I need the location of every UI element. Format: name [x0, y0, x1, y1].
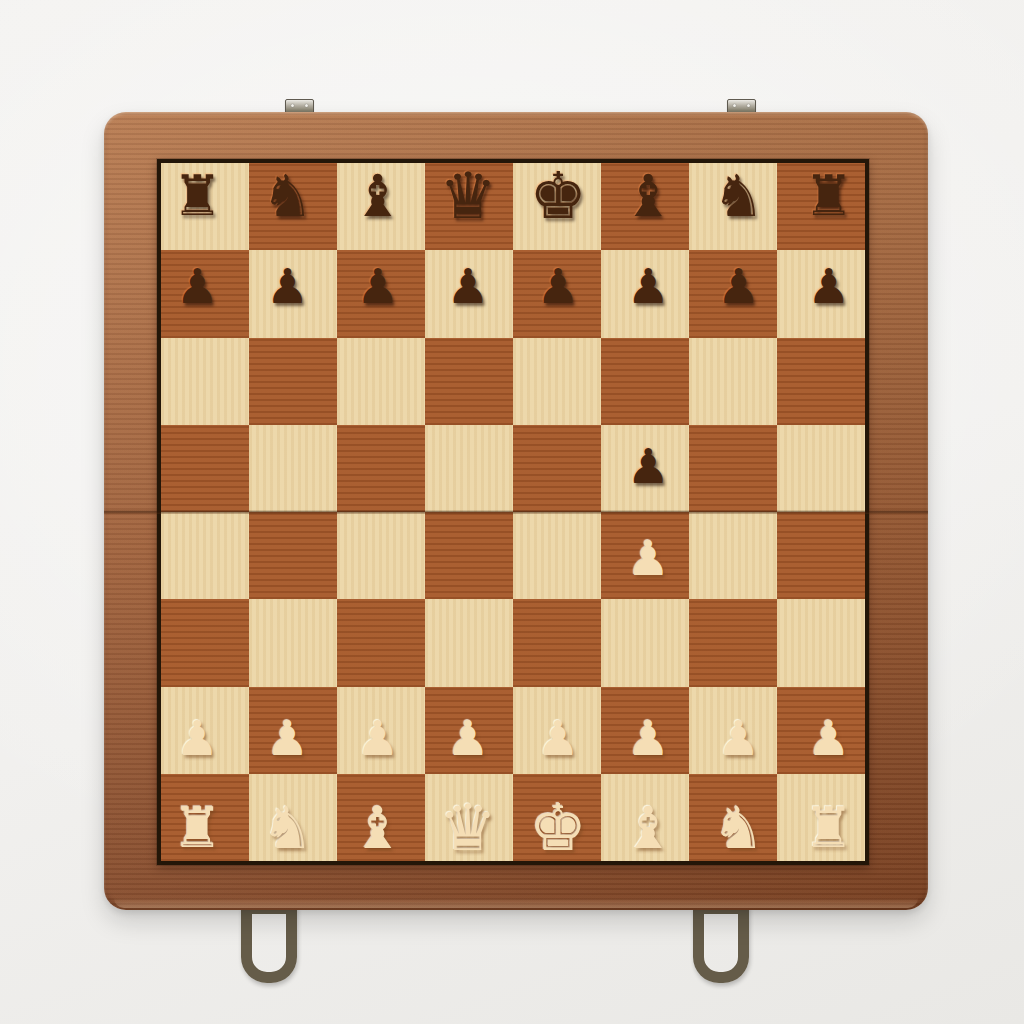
square-d1[interactable]: ♛ — [425, 774, 513, 861]
piece-black-pawn[interactable]: ♟ — [627, 443, 670, 491]
square-a5[interactable] — [161, 425, 249, 512]
piece-black-pawn[interactable]: ♟ — [627, 262, 670, 310]
square-d8[interactable]: ♛ — [425, 163, 513, 250]
latch-clasp-icon — [241, 903, 297, 983]
piece-black-knight[interactable]: ♞ — [713, 166, 765, 224]
square-h3[interactable] — [777, 599, 865, 686]
square-a3[interactable] — [161, 599, 249, 686]
square-d2[interactable]: ♟ — [425, 687, 513, 774]
square-f3[interactable] — [601, 599, 689, 686]
square-d4[interactable] — [425, 512, 513, 599]
piece-black-rook[interactable]: ♜ — [172, 167, 222, 223]
piece-white-king[interactable]: ♚ — [529, 797, 586, 861]
square-e5[interactable] — [513, 425, 601, 512]
square-g6[interactable] — [689, 338, 777, 425]
piece-white-pawn[interactable]: ♟ — [717, 714, 760, 762]
square-d3[interactable] — [425, 599, 513, 686]
piece-white-pawn[interactable]: ♟ — [356, 714, 399, 762]
board-fold-seam — [104, 510, 928, 514]
square-e3[interactable] — [513, 599, 601, 686]
square-a1[interactable]: ♜ — [161, 774, 249, 861]
square-f4[interactable]: ♟ — [601, 512, 689, 599]
square-b6[interactable] — [249, 338, 337, 425]
square-f8[interactable]: ♝ — [601, 163, 689, 250]
square-e4[interactable] — [513, 512, 601, 599]
square-f5[interactable]: ♟ — [601, 425, 689, 512]
piece-white-pawn[interactable]: ♟ — [627, 533, 670, 581]
square-c3[interactable] — [337, 599, 425, 686]
square-f2[interactable]: ♟ — [601, 687, 689, 774]
piece-black-pawn[interactable]: ♟ — [537, 262, 580, 310]
piece-white-pawn[interactable]: ♟ — [807, 714, 850, 762]
piece-white-pawn[interactable]: ♟ — [537, 714, 580, 762]
square-g4[interactable] — [689, 512, 777, 599]
piece-white-rook[interactable]: ♜ — [172, 801, 222, 857]
piece-black-bishop[interactable]: ♝ — [622, 166, 674, 224]
square-f1[interactable]: ♝ — [601, 774, 689, 861]
chess-board-box: ♜♞♝♛♚♝♞♜♟♟♟♟♟♟♟♟♟♟♟♟♟♟♟♟♟♟♜♞♝♛♚♝♞♜ — [104, 112, 928, 910]
square-c6[interactable] — [337, 338, 425, 425]
square-h4[interactable] — [777, 512, 865, 599]
square-g7[interactable]: ♟ — [689, 250, 777, 337]
square-g2[interactable]: ♟ — [689, 687, 777, 774]
square-h1[interactable]: ♜ — [777, 774, 865, 861]
piece-black-king[interactable]: ♚ — [529, 163, 586, 227]
square-c5[interactable] — [337, 425, 425, 512]
square-f7[interactable]: ♟ — [601, 250, 689, 337]
piece-white-pawn[interactable]: ♟ — [446, 714, 489, 762]
piece-white-rook[interactable]: ♜ — [804, 801, 854, 857]
square-e2[interactable]: ♟ — [513, 687, 601, 774]
square-b7[interactable]: ♟ — [249, 250, 337, 337]
square-h6[interactable] — [777, 338, 865, 425]
piece-black-pawn[interactable]: ♟ — [446, 262, 489, 310]
piece-white-bishop[interactable]: ♝ — [352, 800, 404, 858]
square-b8[interactable]: ♞ — [249, 163, 337, 250]
square-c2[interactable]: ♟ — [337, 687, 425, 774]
square-e6[interactable] — [513, 338, 601, 425]
square-c1[interactable]: ♝ — [337, 774, 425, 861]
square-a8[interactable]: ♜ — [161, 163, 249, 250]
piece-black-bishop[interactable]: ♝ — [352, 166, 404, 224]
square-b3[interactable] — [249, 599, 337, 686]
square-d6[interactable] — [425, 338, 513, 425]
square-a4[interactable] — [161, 512, 249, 599]
piece-white-bishop[interactable]: ♝ — [622, 800, 674, 858]
piece-white-knight[interactable]: ♞ — [262, 800, 314, 858]
piece-black-rook[interactable]: ♜ — [804, 167, 854, 223]
square-c4[interactable] — [337, 512, 425, 599]
piece-black-pawn[interactable]: ♟ — [266, 262, 309, 310]
piece-black-pawn[interactable]: ♟ — [356, 262, 399, 310]
square-b4[interactable] — [249, 512, 337, 599]
square-a6[interactable] — [161, 338, 249, 425]
square-f6[interactable] — [601, 338, 689, 425]
square-h5[interactable] — [777, 425, 865, 512]
square-b5[interactable] — [249, 425, 337, 512]
piece-white-knight[interactable]: ♞ — [713, 800, 765, 858]
square-h2[interactable]: ♟ — [777, 687, 865, 774]
piece-black-queen[interactable]: ♛ — [439, 163, 496, 227]
square-a7[interactable]: ♟ — [161, 250, 249, 337]
square-e1[interactable]: ♚ — [513, 774, 601, 861]
square-h8[interactable]: ♜ — [777, 163, 865, 250]
square-g5[interactable] — [689, 425, 777, 512]
square-g3[interactable] — [689, 599, 777, 686]
piece-white-pawn[interactable]: ♟ — [176, 714, 219, 762]
square-b1[interactable]: ♞ — [249, 774, 337, 861]
latch-clasp-icon — [693, 903, 749, 983]
piece-white-pawn[interactable]: ♟ — [627, 714, 670, 762]
piece-black-knight[interactable]: ♞ — [262, 166, 314, 224]
square-b2[interactable]: ♟ — [249, 687, 337, 774]
photo-background: ♜♞♝♛♚♝♞♜♟♟♟♟♟♟♟♟♟♟♟♟♟♟♟♟♟♟♜♞♝♛♚♝♞♜ — [0, 0, 1024, 1024]
square-h7[interactable]: ♟ — [777, 250, 865, 337]
square-g8[interactable]: ♞ — [689, 163, 777, 250]
piece-black-pawn[interactable]: ♟ — [807, 262, 850, 310]
piece-black-pawn[interactable]: ♟ — [176, 262, 219, 310]
square-e8[interactable]: ♚ — [513, 163, 601, 250]
square-a2[interactable]: ♟ — [161, 687, 249, 774]
square-d5[interactable] — [425, 425, 513, 512]
piece-white-pawn[interactable]: ♟ — [266, 714, 309, 762]
piece-black-pawn[interactable]: ♟ — [717, 262, 760, 310]
square-c8[interactable]: ♝ — [337, 163, 425, 250]
square-d7[interactable]: ♟ — [425, 250, 513, 337]
piece-white-queen[interactable]: ♛ — [439, 797, 496, 861]
square-e7[interactable]: ♟ — [513, 250, 601, 337]
square-g1[interactable]: ♞ — [689, 774, 777, 861]
square-c7[interactable]: ♟ — [337, 250, 425, 337]
